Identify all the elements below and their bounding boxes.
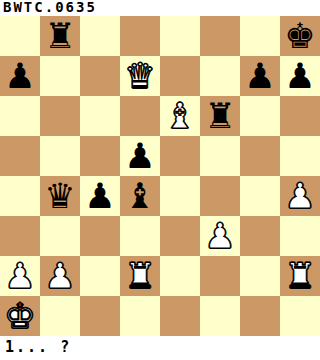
square-e3[interactable] [160,216,200,256]
square-a1[interactable]: ♚ [0,296,40,336]
move-prompt: 1... ? [0,336,320,360]
square-f8[interactable] [200,16,240,56]
square-g6[interactable] [240,96,280,136]
square-a8[interactable] [0,16,40,56]
square-b4[interactable]: ♛ [40,176,80,216]
square-b2[interactable]: ♟ [40,256,80,296]
square-h7[interactable]: ♟ [280,56,320,96]
square-d2[interactable]: ♜ [120,256,160,296]
square-e7[interactable] [160,56,200,96]
square-g1[interactable] [240,296,280,336]
black-bishop-piece: ♝ [124,176,155,216]
square-c5[interactable] [80,136,120,176]
square-g3[interactable] [240,216,280,256]
square-e5[interactable] [160,136,200,176]
square-d4[interactable]: ♝ [120,176,160,216]
square-b7[interactable] [40,56,80,96]
square-f7[interactable] [200,56,240,96]
square-c8[interactable] [80,16,120,56]
square-c2[interactable] [80,256,120,296]
square-c6[interactable] [80,96,120,136]
square-e8[interactable] [160,16,200,56]
square-d8[interactable] [120,16,160,56]
square-h8[interactable]: ♚ [280,16,320,56]
black-pawn-piece: ♟ [284,56,315,96]
white-pawn-piece: ♟ [284,176,315,216]
square-d7[interactable]: ♛ [120,56,160,96]
black-king-piece: ♚ [284,16,315,56]
square-e4[interactable] [160,176,200,216]
square-a6[interactable] [0,96,40,136]
black-pawn-piece: ♟ [4,56,35,96]
square-b3[interactable] [40,216,80,256]
square-e2[interactable] [160,256,200,296]
white-bishop-piece: ♝ [164,96,195,136]
white-pawn-piece: ♟ [44,256,75,296]
square-h3[interactable] [280,216,320,256]
square-b1[interactable] [40,296,80,336]
white-pawn-piece: ♟ [204,216,235,256]
square-c3[interactable] [80,216,120,256]
puzzle-title: BWTC.0635 [0,0,320,16]
square-h5[interactable] [280,136,320,176]
square-h1[interactable] [280,296,320,336]
square-g8[interactable] [240,16,280,56]
square-e6[interactable]: ♝ [160,96,200,136]
square-h4[interactable]: ♟ [280,176,320,216]
black-queen-piece: ♛ [44,176,75,216]
square-b6[interactable] [40,96,80,136]
chess-puzzle-diagram: BWTC.0635 ♜♚♟♛♟♟♝♜♟♛♟♝♟♟♟♟♜♜♚ 1... ? [0,0,320,360]
white-queen-piece: ♛ [124,56,155,96]
square-c1[interactable] [80,296,120,336]
white-rook-piece: ♜ [124,256,155,296]
square-h2[interactable]: ♜ [280,256,320,296]
black-rook-piece: ♜ [204,96,235,136]
square-f1[interactable] [200,296,240,336]
square-g2[interactable] [240,256,280,296]
black-rook-piece: ♜ [44,16,75,56]
square-b8[interactable]: ♜ [40,16,80,56]
square-f3[interactable]: ♟ [200,216,240,256]
square-d1[interactable] [120,296,160,336]
square-e1[interactable] [160,296,200,336]
black-pawn-piece: ♟ [124,136,155,176]
square-a2[interactable]: ♟ [0,256,40,296]
square-a3[interactable] [0,216,40,256]
square-g7[interactable]: ♟ [240,56,280,96]
black-pawn-piece: ♟ [84,176,115,216]
square-a7[interactable]: ♟ [0,56,40,96]
square-g4[interactable] [240,176,280,216]
square-f6[interactable]: ♜ [200,96,240,136]
white-pawn-piece: ♟ [4,256,35,296]
square-g5[interactable] [240,136,280,176]
square-c7[interactable] [80,56,120,96]
square-d3[interactable] [120,216,160,256]
square-f4[interactable] [200,176,240,216]
square-a5[interactable] [0,136,40,176]
black-pawn-piece: ♟ [244,56,275,96]
square-d5[interactable]: ♟ [120,136,160,176]
square-h6[interactable] [280,96,320,136]
white-king-piece: ♚ [4,296,35,336]
square-b5[interactable] [40,136,80,176]
square-f5[interactable] [200,136,240,176]
white-rook-piece: ♜ [284,256,315,296]
square-f2[interactable] [200,256,240,296]
square-d6[interactable] [120,96,160,136]
square-c4[interactable]: ♟ [80,176,120,216]
chess-board: ♜♚♟♛♟♟♝♜♟♛♟♝♟♟♟♟♜♜♚ [0,16,320,336]
square-a4[interactable] [0,176,40,216]
